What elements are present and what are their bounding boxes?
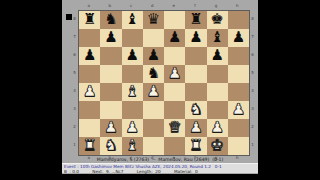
rank-label-4: 4 [250,82,255,100]
square-a3 [79,101,100,119]
square-a1: ♜ [79,137,100,155]
square-a7 [79,29,100,47]
white-pawn-g2: ♟ [207,119,228,137]
rank-label-2: 2 [250,118,255,136]
square-g1: ♚ [207,137,228,155]
square-b5 [100,65,121,83]
square-e1 [164,137,185,155]
square-e4 [164,83,185,101]
square-b6 [100,47,121,65]
square-c6: ♟ [122,47,143,65]
square-g2: ♟ [207,119,228,137]
file-label-f: f [184,4,205,9]
square-b7: ♟ [100,29,121,47]
chess-board: ♜♞♝♛♜♚♟♟♟♝♟♟♟♟♟♞♟♟♝♟♞♟♟♟♛♟♟♜♞♝♜♚ [78,10,250,156]
black-pawn-c6: ♟ [122,47,143,65]
file-label-a: a [78,4,99,9]
black-rook-a8: ♜ [79,11,100,29]
square-d7 [143,29,164,47]
square-f5 [185,65,206,83]
square-a5 [79,65,100,83]
black-pawn-h7: ♟ [228,29,249,47]
black-queen-d8: ♛ [143,11,164,29]
white-pawn-b2: ♟ [100,119,121,137]
white-pawn-d4: ♟ [143,83,164,101]
black-knight-b8: ♞ [100,11,121,29]
white-pawn-c2: ♟ [122,119,143,137]
rank-label-3: 3 [250,100,255,118]
file-label-c: c [121,4,142,9]
rank-label-7: 7 [250,28,255,46]
square-g6: ♟ [207,47,228,65]
letterbox-left [0,0,62,180]
file-label-b: b [99,4,120,9]
square-d2 [143,119,164,137]
white-rook-a1: ♜ [79,137,100,155]
square-e6 [164,47,185,65]
rank-labels-right: 87654321 [250,10,255,154]
square-g8: ♚ [207,11,228,29]
square-g4 [207,83,228,101]
square-f4 [185,83,206,101]
letterbox-right [258,0,320,180]
black-pawn-a6: ♟ [79,47,100,65]
black-pawn-e7: ♟ [164,29,185,47]
square-e2: ♛ [164,119,185,137]
square-b1: ♞ [100,137,121,155]
rank-label-6: 6 [250,46,255,64]
rank-labels-left: 87654321 [72,10,77,154]
rank-label-6: 6 [72,46,77,64]
square-f1: ♜ [185,137,206,155]
black-king-g8: ♚ [207,11,228,29]
white-pawn-f2: ♟ [185,119,206,137]
square-a8: ♜ [79,11,100,29]
square-b3 [100,101,121,119]
white-knight-f3: ♞ [185,101,206,119]
square-c2: ♟ [122,119,143,137]
square-b4 [100,83,121,101]
square-a2 [79,119,100,137]
square-a4: ♟ [79,83,100,101]
rank-label-2: 2 [72,118,77,136]
square-h7: ♟ [228,29,249,47]
square-h3: ♟ [228,101,249,119]
white-rook-f1: ♜ [185,137,206,155]
rank-label-4: 4 [72,82,77,100]
square-c4: ♝ [122,83,143,101]
black-bishop-g7: ♝ [207,29,228,47]
square-g7: ♝ [207,29,228,47]
square-c8: ♝ [122,11,143,29]
square-e5: ♟ [164,65,185,83]
square-g5 [207,65,228,83]
white-king-g1: ♚ [207,137,228,155]
file-label-e: e [163,4,184,9]
square-h1 [228,137,249,155]
rank-label-5: 5 [72,64,77,82]
white-pawn-a4: ♟ [79,83,100,101]
square-f6 [185,47,206,65]
caption-players: Mamedyarov, S (2763) -- Mamedov, Rau (26… [62,157,258,162]
rank-label-1: 1 [250,136,255,154]
black-knight-d5: ♞ [143,65,164,83]
letterbox-bottom [62,174,258,180]
square-b8: ♞ [100,11,121,29]
square-e3 [164,101,185,119]
square-d4: ♟ [143,83,164,101]
square-d6: ♟ [143,47,164,65]
file-labels-top: abcdefgh [78,4,248,9]
black-pawn-d6: ♟ [143,47,164,65]
rank-label-8: 8 [250,10,255,28]
black-bishop-c8: ♝ [122,11,143,29]
black-pawn-g6: ♟ [207,47,228,65]
file-label-d: d [142,4,163,9]
square-d8: ♛ [143,11,164,29]
square-d5: ♞ [143,65,164,83]
square-a6: ♟ [79,47,100,65]
white-bishop-c4: ♝ [122,83,143,101]
square-f8: ♜ [185,11,206,29]
chess-app-panel: abcdefgh 87654321 87654321 abcdefgh ♜♞♝♛… [62,0,258,174]
rank-label-5: 5 [250,64,255,82]
white-queen-e2: ♛ [164,119,185,137]
square-c1: ♝ [122,137,143,155]
rank-label-3: 3 [72,100,77,118]
square-c3 [122,101,143,119]
rank-label-1: 1 [72,136,77,154]
square-f7: ♟ [185,29,206,47]
black-pawn-b7: ♟ [100,29,121,47]
square-f2: ♟ [185,119,206,137]
square-b2: ♟ [100,119,121,137]
square-h4 [228,83,249,101]
square-h5 [228,65,249,83]
square-e8 [164,11,185,29]
white-pawn-h3: ♟ [228,101,249,119]
caption-box: Event : 10th Gashimov Mem Blitz Shusha A… [62,163,258,173]
square-f3: ♞ [185,101,206,119]
file-label-h: h [227,4,248,9]
white-bishop-c1: ♝ [122,137,143,155]
white-pawn-e5: ♟ [164,65,185,83]
square-c5 [122,65,143,83]
square-d1 [143,137,164,155]
square-h8 [228,11,249,29]
white-knight-b1: ♞ [100,137,121,155]
square-e7: ♟ [164,29,185,47]
square-h6 [228,47,249,65]
black-pawn-f7: ♟ [185,29,206,47]
black-rook-f8: ♜ [185,11,206,29]
square-c7 [122,29,143,47]
square-d3 [143,101,164,119]
rank-label-7: 7 [72,28,77,46]
rank-label-8: 8 [72,10,77,28]
square-h2 [228,119,249,137]
square-g3 [207,101,228,119]
file-label-g: g [206,4,227,9]
